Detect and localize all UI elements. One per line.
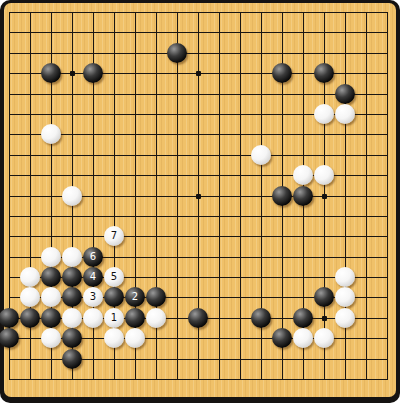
stone-black: 4 <box>83 267 103 287</box>
grid-line <box>219 12 220 380</box>
grid-line <box>240 12 241 380</box>
stone-black <box>104 287 124 307</box>
star-point <box>196 71 201 76</box>
stone-white <box>314 328 334 348</box>
stone-black <box>167 43 187 63</box>
stone-white: 5 <box>104 267 124 287</box>
stone-black <box>272 328 292 348</box>
stone-white <box>335 308 355 328</box>
stone-white <box>293 328 313 348</box>
stone-black <box>335 84 355 104</box>
stone-white <box>314 104 334 124</box>
stone-black <box>125 308 145 328</box>
stone-white <box>20 287 40 307</box>
stone-white <box>20 267 40 287</box>
stone-black <box>0 308 19 328</box>
stone-black <box>83 63 103 83</box>
stone-black: 6 <box>83 247 103 267</box>
stone-black <box>62 267 82 287</box>
stone-white <box>62 247 82 267</box>
stone-white <box>314 165 334 185</box>
stone-white: 3 <box>83 287 103 307</box>
stone-white <box>335 267 355 287</box>
stone-white: 1 <box>104 308 124 328</box>
stone-black <box>62 349 82 369</box>
move-number-label: 6 <box>90 247 96 267</box>
grid-line <box>366 12 367 380</box>
stone-black <box>272 186 292 206</box>
stone-black <box>293 308 313 328</box>
stone-white: 7 <box>104 226 124 246</box>
star-point <box>322 194 327 199</box>
stone-white <box>62 186 82 206</box>
stone-black: 2 <box>125 287 145 307</box>
stone-white <box>293 165 313 185</box>
stone-black <box>62 287 82 307</box>
star-point <box>322 316 327 321</box>
move-number-label: 3 <box>90 287 96 307</box>
stone-white <box>41 328 61 348</box>
star-point <box>196 194 201 199</box>
grid-line <box>177 12 178 380</box>
stone-white <box>83 308 103 328</box>
stone-black <box>146 287 166 307</box>
stone-black <box>0 328 19 348</box>
stone-black <box>314 287 334 307</box>
stone-black <box>62 328 82 348</box>
stone-black <box>293 186 313 206</box>
move-number-label: 2 <box>132 287 138 307</box>
move-number-label: 5 <box>111 267 117 287</box>
stone-white <box>146 308 166 328</box>
stone-white <box>335 287 355 307</box>
star-point <box>70 71 75 76</box>
stone-white <box>41 124 61 144</box>
stone-white <box>335 104 355 124</box>
stone-white <box>251 145 271 165</box>
move-number-label: 1 <box>111 308 117 328</box>
stone-white <box>62 308 82 328</box>
stone-black <box>41 63 61 83</box>
stone-black <box>251 308 271 328</box>
stone-black <box>41 267 61 287</box>
stone-white <box>125 328 145 348</box>
stone-white <box>104 328 124 348</box>
stone-black <box>314 63 334 83</box>
board-layer: 7645321 <box>0 0 400 403</box>
stone-white <box>41 287 61 307</box>
move-number-label: 4 <box>90 267 96 287</box>
go-board-frame: 7645321 <box>0 0 400 403</box>
stone-black <box>272 63 292 83</box>
move-number-label: 7 <box>111 226 117 246</box>
stone-black <box>188 308 208 328</box>
grid-line <box>387 12 388 380</box>
stone-white <box>41 247 61 267</box>
stone-black <box>20 308 40 328</box>
stone-black <box>41 308 61 328</box>
